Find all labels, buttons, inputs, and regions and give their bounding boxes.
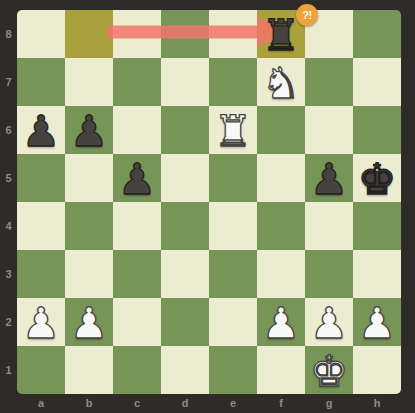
rank-label-1: 1 xyxy=(1,346,16,394)
white-knight-f7[interactable]: ♞ xyxy=(257,58,305,106)
white-pawn-g2[interactable]: ♟ xyxy=(305,298,353,346)
rank-label-6: 6 xyxy=(1,106,16,154)
file-label-a: a xyxy=(17,395,65,411)
white-rook-e6[interactable]: ♜ xyxy=(209,106,257,154)
white-pawn-f2[interactable]: ♟ xyxy=(257,298,305,346)
black-pawn-g5[interactable]: ♟ xyxy=(305,154,353,202)
pieces-layer: ♜♞♟♟♜♟♟♚♟♟♟♟♟♚ xyxy=(17,10,401,394)
rank-label-4: 4 xyxy=(1,202,16,250)
black-king-h5[interactable]: ♚ xyxy=(353,154,401,202)
inaccuracy-badge: ?! xyxy=(296,4,318,26)
analysis-board: ♜♞♟♟♜♟♟♚♟♟♟♟♟♚ ?! 87654321abcdefgh xyxy=(0,0,415,413)
black-pawn-c5[interactable]: ♟ xyxy=(113,154,161,202)
file-label-f: f xyxy=(257,395,305,411)
rank-label-5: 5 xyxy=(1,154,16,202)
rank-label-7: 7 xyxy=(1,58,16,106)
chess-board[interactable]: ♜♞♟♟♜♟♟♚♟♟♟♟♟♚ xyxy=(17,10,401,394)
black-pawn-a6[interactable]: ♟ xyxy=(17,106,65,154)
rank-label-2: 2 xyxy=(1,298,16,346)
white-pawn-h2[interactable]: ♟ xyxy=(353,298,401,346)
white-pawn-a2[interactable]: ♟ xyxy=(17,298,65,346)
file-label-d: d xyxy=(161,395,209,411)
file-label-e: e xyxy=(209,395,257,411)
file-label-c: c xyxy=(113,395,161,411)
black-pawn-b6[interactable]: ♟ xyxy=(65,106,113,154)
file-label-b: b xyxy=(65,395,113,411)
file-label-h: h xyxy=(353,395,401,411)
white-pawn-b2[interactable]: ♟ xyxy=(65,298,113,346)
rank-label-3: 3 xyxy=(1,250,16,298)
file-label-g: g xyxy=(305,395,353,411)
rank-label-8: 8 xyxy=(1,10,16,58)
white-king-g1[interactable]: ♚ xyxy=(305,346,353,394)
